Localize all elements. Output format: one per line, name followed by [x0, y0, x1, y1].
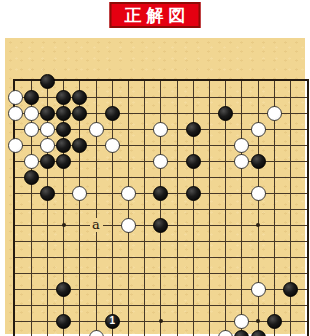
black-stone: [40, 106, 55, 121]
white-stone: [153, 122, 168, 137]
black-stone: [153, 186, 168, 201]
white-stone: [8, 138, 23, 153]
white-stone: [251, 186, 266, 201]
grid-line-vertical: [177, 81, 178, 336]
white-stone: [40, 122, 55, 137]
white-stone: [251, 122, 266, 137]
star-point: [256, 319, 260, 323]
black-stone: [267, 314, 282, 329]
black-stone: [24, 170, 39, 185]
black-stone: [218, 106, 233, 121]
white-stone: [234, 154, 249, 169]
white-stone: [24, 154, 39, 169]
black-stone: [56, 282, 71, 297]
black-stone: [153, 218, 168, 233]
grid-line-horizontal: [15, 273, 307, 274]
black-stone: [72, 106, 87, 121]
header-title-badge: 正解図: [110, 2, 201, 28]
white-stone: [218, 330, 233, 336]
marked-stone-1: 1: [105, 314, 120, 329]
white-stone: [72, 186, 87, 201]
black-stone: [56, 154, 71, 169]
black-stone: [40, 74, 55, 89]
black-stone: [40, 186, 55, 201]
star-point: [159, 319, 163, 323]
black-stone: [56, 106, 71, 121]
black-stone: [283, 282, 298, 297]
white-stone: [8, 106, 23, 121]
grid-line-vertical: [193, 81, 194, 336]
grid-line-horizontal: [15, 257, 307, 258]
black-stone: [251, 154, 266, 169]
move-number-label: 1: [109, 316, 115, 326]
white-stone: [251, 282, 266, 297]
grid-line-horizontal: [15, 305, 307, 306]
black-stone: [56, 314, 71, 329]
black-stone: [186, 122, 201, 137]
white-stone: [24, 122, 39, 137]
grid-line-horizontal: [15, 241, 307, 242]
black-stone: [105, 106, 120, 121]
black-stone: [72, 138, 87, 153]
grid-line-vertical: [258, 81, 259, 336]
grid-line-vertical: [209, 81, 210, 336]
white-stone: [153, 154, 168, 169]
star-point: [62, 223, 66, 227]
white-stone: [40, 138, 55, 153]
black-stone: [186, 154, 201, 169]
black-stone: [24, 90, 39, 105]
white-stone: [267, 106, 282, 121]
grid-line-vertical: [160, 81, 161, 336]
black-stone: [56, 138, 71, 153]
white-stone: [234, 314, 249, 329]
black-stone: [56, 122, 71, 137]
black-stone: [72, 90, 87, 105]
white-stone: [89, 330, 104, 336]
black-stone: [186, 186, 201, 201]
point-label-a: a: [90, 218, 103, 232]
white-stone: [105, 138, 120, 153]
black-stone: [234, 330, 249, 336]
white-stone: [8, 90, 23, 105]
white-stone: [234, 138, 249, 153]
black-stone: [251, 330, 266, 336]
go-board: a1: [5, 38, 305, 334]
grid-line-vertical: [241, 81, 242, 336]
grid-line-vertical: [290, 81, 291, 336]
white-stone: [121, 218, 136, 233]
black-stone: [40, 154, 55, 169]
black-stone: [56, 90, 71, 105]
white-stone: [24, 106, 39, 121]
white-stone: [89, 122, 104, 137]
go-board-grid: a1: [13, 79, 309, 336]
star-point: [256, 223, 260, 227]
white-stone: [121, 186, 136, 201]
